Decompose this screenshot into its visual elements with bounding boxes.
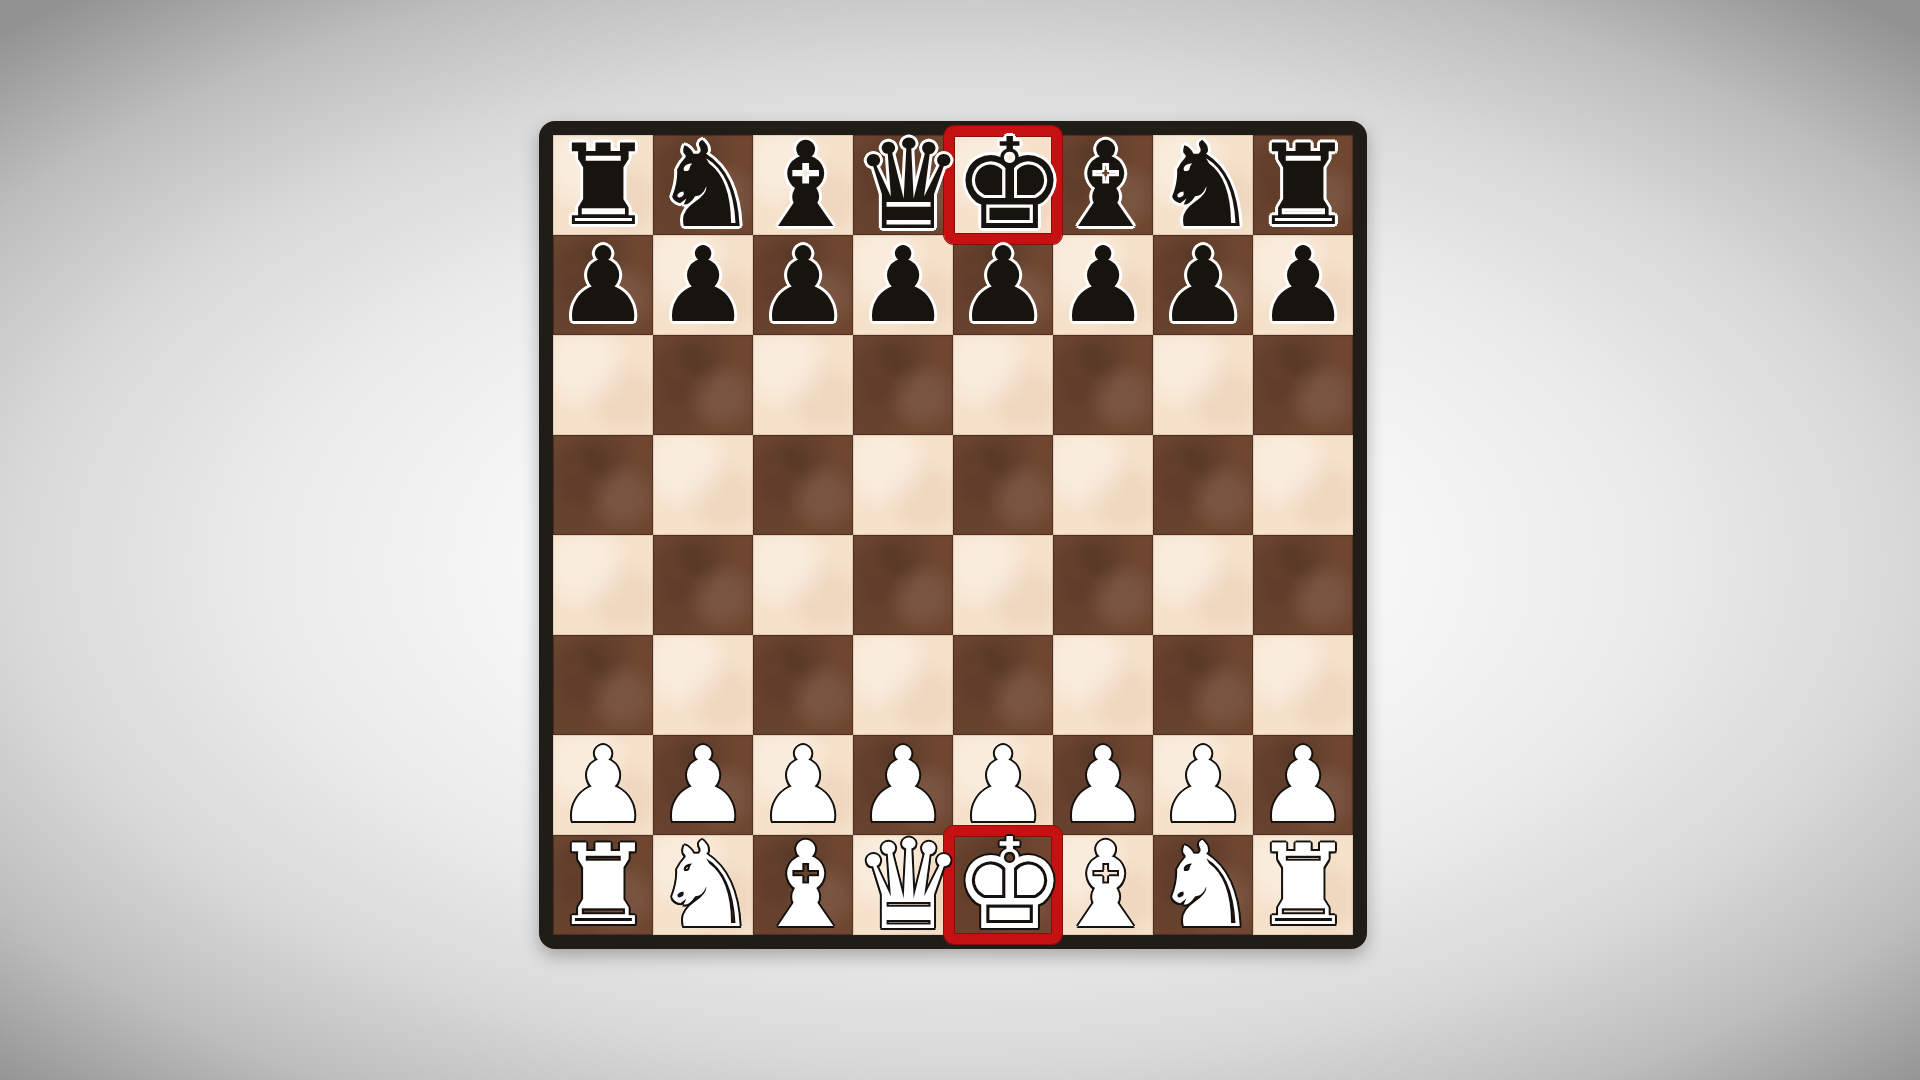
white-bishop[interactable]: ♝♝: [1053, 835, 1153, 935]
square-h6[interactable]: [1253, 335, 1353, 435]
white-king[interactable]: ♚♚: [953, 835, 1053, 935]
square-g1[interactable]: ♞♞: [1153, 835, 1253, 935]
square-a7[interactable]: ♟♟: [553, 235, 653, 335]
piece-body-layer: ♜: [1253, 835, 1353, 935]
white-bishop[interactable]: ♝♝: [753, 835, 853, 935]
square-a4[interactable]: [553, 535, 653, 635]
black-queen[interactable]: ♛♛: [853, 135, 953, 235]
square-h3[interactable]: [1253, 635, 1353, 735]
black-pawn[interactable]: ♟♟: [1253, 235, 1353, 335]
square-c4[interactable]: [753, 535, 853, 635]
square-e4[interactable]: [953, 535, 1053, 635]
square-a3[interactable]: [553, 635, 653, 735]
piece-body-layer: ♛: [853, 835, 953, 935]
square-h1[interactable]: ♜♜: [1253, 835, 1353, 935]
square-e8[interactable]: ♚♚: [953, 135, 1053, 235]
square-h8[interactable]: ♜♜: [1253, 135, 1353, 235]
piece-body-layer: ♜: [1253, 135, 1353, 235]
square-c6[interactable]: [753, 335, 853, 435]
square-f8[interactable]: ♝♝: [1053, 135, 1153, 235]
piece-body-layer: ♟: [753, 235, 853, 335]
piece-body-layer: ♟: [1253, 235, 1353, 335]
piece-body-layer: ♝: [1053, 135, 1153, 235]
square-g3[interactable]: [1153, 635, 1253, 735]
piece-body-layer: ♟: [653, 235, 753, 335]
square-e6[interactable]: [953, 335, 1053, 435]
square-c7[interactable]: ♟♟: [753, 235, 853, 335]
white-rook[interactable]: ♜♜: [553, 835, 653, 935]
square-f7[interactable]: ♟♟: [1053, 235, 1153, 335]
square-f3[interactable]: [1053, 635, 1153, 735]
square-h5[interactable]: [1253, 435, 1353, 535]
black-bishop[interactable]: ♝♝: [753, 135, 853, 235]
piece-body-layer: ♞: [1153, 835, 1253, 935]
square-h4[interactable]: [1253, 535, 1353, 635]
square-e3[interactable]: [953, 635, 1053, 735]
square-b6[interactable]: [653, 335, 753, 435]
black-pawn[interactable]: ♟♟: [753, 235, 853, 335]
piece-body-layer: ♞: [653, 835, 753, 935]
black-pawn[interactable]: ♟♟: [553, 235, 653, 335]
white-rook[interactable]: ♜♜: [1253, 835, 1353, 935]
piece-body-layer: ♜: [553, 135, 653, 235]
square-a6[interactable]: [553, 335, 653, 435]
piece-body-layer: ♟: [953, 235, 1053, 335]
chess-board: ♜♜♞♞♝♝♛♛♚♚♝♝♞♞♜♜♟♟♟♟♟♟♟♟♟♟♟♟♟♟♟♟♟♟♟♟♟♟♟♟…: [539, 121, 1367, 949]
square-g8[interactable]: ♞♞: [1153, 135, 1253, 235]
white-knight[interactable]: ♞♞: [653, 835, 753, 935]
piece-body-layer: ♟: [1153, 235, 1253, 335]
black-king[interactable]: ♚♚: [953, 135, 1053, 235]
square-d5[interactable]: [853, 435, 953, 535]
square-b8[interactable]: ♞♞: [653, 135, 753, 235]
black-pawn[interactable]: ♟♟: [1053, 235, 1153, 335]
square-d4[interactable]: [853, 535, 953, 635]
white-queen[interactable]: ♛♛: [853, 835, 953, 935]
square-c5[interactable]: [753, 435, 853, 535]
piece-body-layer: ♝: [1053, 835, 1153, 935]
square-c8[interactable]: ♝♝: [753, 135, 853, 235]
piece-body-layer: ♝: [753, 835, 853, 935]
square-f6[interactable]: [1053, 335, 1153, 435]
square-c3[interactable]: [753, 635, 853, 735]
square-e5[interactable]: [953, 435, 1053, 535]
square-b7[interactable]: ♟♟: [653, 235, 753, 335]
square-b5[interactable]: [653, 435, 753, 535]
black-pawn[interactable]: ♟♟: [1153, 235, 1253, 335]
square-h7[interactable]: ♟♟: [1253, 235, 1353, 335]
square-g6[interactable]: [1153, 335, 1253, 435]
black-pawn[interactable]: ♟♟: [953, 235, 1053, 335]
piece-body-layer: ♛: [853, 135, 953, 235]
piece-body-layer: ♝: [753, 135, 853, 235]
square-g4[interactable]: [1153, 535, 1253, 635]
square-d6[interactable]: [853, 335, 953, 435]
piece-body-layer: ♜: [553, 835, 653, 935]
square-a5[interactable]: [553, 435, 653, 535]
square-c1[interactable]: ♝♝: [753, 835, 853, 935]
piece-body-layer: ♟: [853, 235, 953, 335]
black-knight[interactable]: ♞♞: [653, 135, 753, 235]
piece-body-layer: ♚: [953, 135, 1053, 235]
page-background: { "game": "chess", "scene": "standard ch…: [0, 0, 1920, 1080]
square-a8[interactable]: ♜♜: [553, 135, 653, 235]
square-f5[interactable]: [1053, 435, 1153, 535]
piece-body-layer: ♞: [653, 135, 753, 235]
square-f1[interactable]: ♝♝: [1053, 835, 1153, 935]
piece-body-layer: ♞: [1153, 135, 1253, 235]
square-e1[interactable]: ♚♚: [953, 835, 1053, 935]
black-pawn[interactable]: ♟♟: [653, 235, 753, 335]
black-rook[interactable]: ♜♜: [553, 135, 653, 235]
square-g5[interactable]: [1153, 435, 1253, 535]
board-grid: ♜♜♞♞♝♝♛♛♚♚♝♝♞♞♜♜♟♟♟♟♟♟♟♟♟♟♟♟♟♟♟♟♟♟♟♟♟♟♟♟…: [553, 135, 1353, 935]
square-d3[interactable]: [853, 635, 953, 735]
square-g7[interactable]: ♟♟: [1153, 235, 1253, 335]
piece-body-layer: ♟: [553, 235, 653, 335]
black-rook[interactable]: ♜♜: [1253, 135, 1353, 235]
black-knight[interactable]: ♞♞: [1153, 135, 1253, 235]
piece-body-layer: ♚: [953, 835, 1053, 935]
square-b3[interactable]: [653, 635, 753, 735]
square-e7[interactable]: ♟♟: [953, 235, 1053, 335]
black-bishop[interactable]: ♝♝: [1053, 135, 1153, 235]
square-f4[interactable]: [1053, 535, 1153, 635]
black-pawn[interactable]: ♟♟: [853, 235, 953, 335]
square-d7[interactable]: ♟♟: [853, 235, 953, 335]
square-a1[interactable]: ♜♜: [553, 835, 653, 935]
square-d8[interactable]: ♛♛: [853, 135, 953, 235]
square-b4[interactable]: [653, 535, 753, 635]
white-knight[interactable]: ♞♞: [1153, 835, 1253, 935]
square-b1[interactable]: ♞♞: [653, 835, 753, 935]
piece-body-layer: ♟: [1053, 235, 1153, 335]
square-d1[interactable]: ♛♛: [853, 835, 953, 935]
